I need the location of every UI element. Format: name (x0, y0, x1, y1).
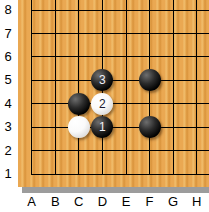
row-label-1: 1 (0, 166, 16, 182)
move-number-3: 3 (99, 74, 106, 86)
col-label-C: C (71, 194, 87, 210)
intersection-F3[interactable] (138, 116, 162, 139)
black-stone-F3 (139, 116, 161, 138)
row-label-8: 8 (0, 2, 16, 18)
move-number-2: 2 (99, 98, 106, 110)
intersection-F5[interactable] (138, 69, 162, 92)
row-label-6: 6 (0, 49, 16, 65)
col-label-D: D (94, 194, 110, 210)
col-label-F: F (142, 194, 158, 210)
stone-grid[interactable]: 321 (20, 0, 209, 186)
board-drop-shadow (22, 187, 209, 193)
black-stone-D3: 1 (91, 116, 113, 138)
white-stone-D4: 2 (91, 93, 113, 115)
row-label-5: 5 (0, 72, 16, 88)
move-number-1: 1 (99, 121, 106, 133)
intersection-C3[interactable] (67, 116, 91, 139)
black-stone-D5: 3 (91, 69, 113, 91)
black-stone-C4 (68, 93, 90, 115)
col-label-G: G (165, 194, 181, 210)
intersection-D5[interactable]: 3 (91, 69, 115, 92)
col-label-H: H (189, 194, 205, 210)
row-label-7: 7 (0, 26, 16, 42)
intersection-C4[interactable] (67, 92, 91, 115)
go-board-diagram: 87654321ABCDEFGH 321 (0, 0, 209, 212)
col-label-A: A (24, 194, 40, 210)
row-label-4: 4 (0, 96, 16, 112)
black-stone-F5 (139, 69, 161, 91)
white-stone-C3 (68, 116, 90, 138)
row-label-2: 2 (0, 143, 16, 159)
intersection-D3[interactable]: 1 (91, 116, 115, 139)
col-label-B: B (47, 194, 63, 210)
col-label-E: E (118, 194, 134, 210)
row-label-3: 3 (0, 119, 16, 135)
intersection-D4[interactable]: 2 (91, 92, 115, 115)
